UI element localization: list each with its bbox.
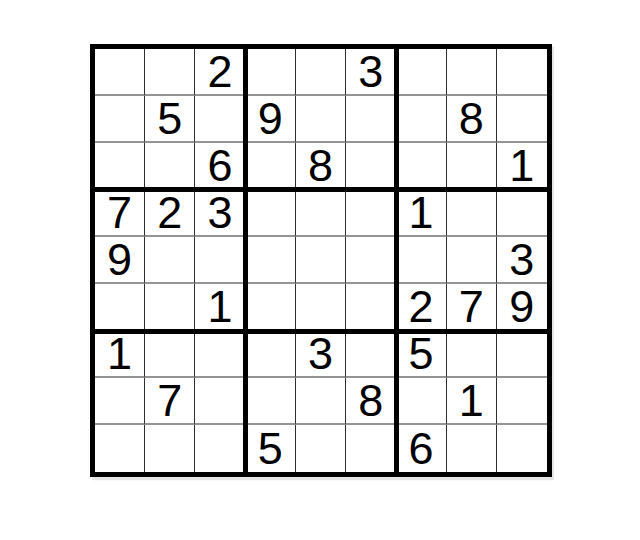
cell-r3c7[interactable] xyxy=(396,143,446,190)
cell-r8c2[interactable]: 7 xyxy=(145,378,195,425)
cell-r1c6[interactable]: 3 xyxy=(346,49,396,96)
cell-r7c3[interactable] xyxy=(195,331,245,378)
cell-r5c6[interactable] xyxy=(346,237,396,284)
cell-r2c5[interactable] xyxy=(296,96,346,143)
cell-r7c9[interactable] xyxy=(497,331,547,378)
cell-r5c5[interactable] xyxy=(296,237,346,284)
cell-r4c2[interactable]: 2 xyxy=(145,190,195,237)
cell-r5c3[interactable] xyxy=(195,237,245,284)
cell-r6c1[interactable] xyxy=(95,284,145,331)
cell-r1c7[interactable] xyxy=(396,49,446,96)
cell-r2c1[interactable] xyxy=(95,96,145,143)
cell-r3c9[interactable]: 1 xyxy=(497,143,547,190)
cell-r1c3[interactable]: 2 xyxy=(195,49,245,96)
cell-r9c3[interactable] xyxy=(195,425,245,472)
cell-r4c8[interactable] xyxy=(447,190,497,237)
cell-r3c5[interactable]: 8 xyxy=(296,143,346,190)
cell-r4c4[interactable] xyxy=(246,190,296,237)
cell-r4c5[interactable] xyxy=(296,190,346,237)
cell-r3c1[interactable] xyxy=(95,143,145,190)
cell-r2c9[interactable] xyxy=(497,96,547,143)
cell-r7c1[interactable]: 1 xyxy=(95,331,145,378)
sudoku-grid: 23598681723193127913578156 xyxy=(95,49,547,472)
cell-r9c1[interactable] xyxy=(95,425,145,472)
cell-r7c5[interactable]: 3 xyxy=(296,331,346,378)
sudoku-board: 23598681723193127913578156 xyxy=(90,44,552,477)
sudoku-puzzle-page: 23598681723193127913578156 xyxy=(0,0,640,540)
cell-r6c8[interactable]: 7 xyxy=(447,284,497,331)
cell-r3c2[interactable] xyxy=(145,143,195,190)
cell-r8c4[interactable] xyxy=(246,378,296,425)
cell-r8c9[interactable] xyxy=(497,378,547,425)
cell-r9c6[interactable] xyxy=(346,425,396,472)
cell-r1c8[interactable] xyxy=(447,49,497,96)
cell-r5c1[interactable]: 9 xyxy=(95,237,145,284)
cell-r2c8[interactable]: 8 xyxy=(447,96,497,143)
cell-r4c7[interactable]: 1 xyxy=(396,190,446,237)
cell-r8c7[interactable] xyxy=(396,378,446,425)
cell-r5c8[interactable] xyxy=(447,237,497,284)
cell-r5c4[interactable] xyxy=(246,237,296,284)
cell-r4c1[interactable]: 7 xyxy=(95,190,145,237)
cell-r7c2[interactable] xyxy=(145,331,195,378)
cell-r9c7[interactable]: 6 xyxy=(396,425,446,472)
cell-r1c5[interactable] xyxy=(296,49,346,96)
cell-r2c2[interactable]: 5 xyxy=(145,96,195,143)
cell-r3c3[interactable]: 6 xyxy=(195,143,245,190)
cell-r9c5[interactable] xyxy=(296,425,346,472)
cell-r5c7[interactable] xyxy=(396,237,446,284)
cell-r8c3[interactable] xyxy=(195,378,245,425)
cell-r8c5[interactable] xyxy=(296,378,346,425)
cell-r1c9[interactable] xyxy=(497,49,547,96)
cell-r3c8[interactable] xyxy=(447,143,497,190)
cell-r3c6[interactable] xyxy=(346,143,396,190)
cell-r9c2[interactable] xyxy=(145,425,195,472)
cell-r6c3[interactable]: 1 xyxy=(195,284,245,331)
cell-r7c7[interactable]: 5 xyxy=(396,331,446,378)
cell-r8c1[interactable] xyxy=(95,378,145,425)
cell-r2c6[interactable] xyxy=(346,96,396,143)
cell-r6c4[interactable] xyxy=(246,284,296,331)
cell-r8c8[interactable]: 1 xyxy=(447,378,497,425)
cell-r4c3[interactable]: 3 xyxy=(195,190,245,237)
cell-r9c9[interactable] xyxy=(497,425,547,472)
cell-r8c6[interactable]: 8 xyxy=(346,378,396,425)
cell-r5c9[interactable]: 3 xyxy=(497,237,547,284)
cell-r7c8[interactable] xyxy=(447,331,497,378)
cell-r6c7[interactable]: 2 xyxy=(396,284,446,331)
cell-r6c5[interactable] xyxy=(296,284,346,331)
cell-r1c1[interactable] xyxy=(95,49,145,96)
cell-r6c6[interactable] xyxy=(346,284,396,331)
cell-r3c4[interactable] xyxy=(246,143,296,190)
cell-r6c9[interactable]: 9 xyxy=(497,284,547,331)
cell-r2c3[interactable] xyxy=(195,96,245,143)
cell-r4c6[interactable] xyxy=(346,190,396,237)
cell-r5c2[interactable] xyxy=(145,237,195,284)
cell-r2c4[interactable]: 9 xyxy=(246,96,296,143)
cell-r1c2[interactable] xyxy=(145,49,195,96)
cell-r2c7[interactable] xyxy=(396,96,446,143)
cell-r4c9[interactable] xyxy=(497,190,547,237)
cell-r9c4[interactable]: 5 xyxy=(246,425,296,472)
cell-r7c4[interactable] xyxy=(246,331,296,378)
cell-r6c2[interactable] xyxy=(145,284,195,331)
cell-r9c8[interactable] xyxy=(447,425,497,472)
cell-r1c4[interactable] xyxy=(246,49,296,96)
cell-r7c6[interactable] xyxy=(346,331,396,378)
